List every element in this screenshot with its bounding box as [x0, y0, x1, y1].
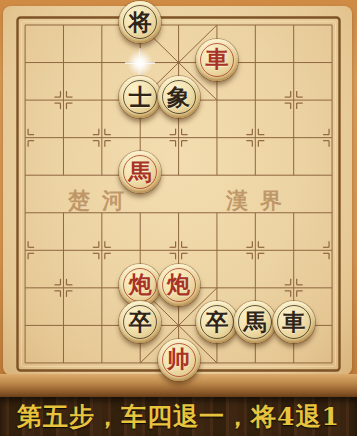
piece-black-advisor[interactable]: 士: [119, 76, 161, 118]
piece-black-general[interactable]: 将: [119, 1, 161, 43]
piece-glyph: 炮: [129, 272, 152, 295]
piece-red-chariot[interactable]: 車: [196, 39, 238, 81]
piece-red-general[interactable]: 帅: [158, 339, 200, 381]
piece-glyph: 馬: [129, 160, 152, 183]
piece-glyph: 馬: [244, 310, 267, 333]
piece-glyph: 車: [282, 310, 305, 333]
piece-glyph: 卒: [129, 310, 152, 333]
move-caption: 第五步，车四退一，将4退1: [17, 400, 340, 433]
piece-glyph: 卒: [205, 310, 228, 333]
piece-glyph: 帅: [167, 347, 190, 370]
last-move-sparkle-icon: [125, 48, 155, 78]
move-caption-band: 第五步，车四退一，将4退1: [0, 397, 357, 436]
piece-glyph: 車: [205, 47, 228, 70]
piece-glyph: 炮: [167, 272, 190, 295]
piece-red-cannon-a[interactable]: 炮: [119, 264, 161, 306]
piece-glyph: 将: [129, 10, 152, 33]
piece-black-chariot[interactable]: 車: [273, 301, 315, 343]
piece-glyph: 象: [167, 85, 190, 108]
piece-red-cannon-b[interactable]: 炮: [158, 264, 200, 306]
xiangqi-game-screen: 楚河 漢界 将車士象馬炮炮卒卒馬車帅 第五步，车四退一，将4退1: [0, 0, 357, 436]
piece-glyph: 士: [129, 85, 152, 108]
piece-black-elephant[interactable]: 象: [158, 76, 200, 118]
